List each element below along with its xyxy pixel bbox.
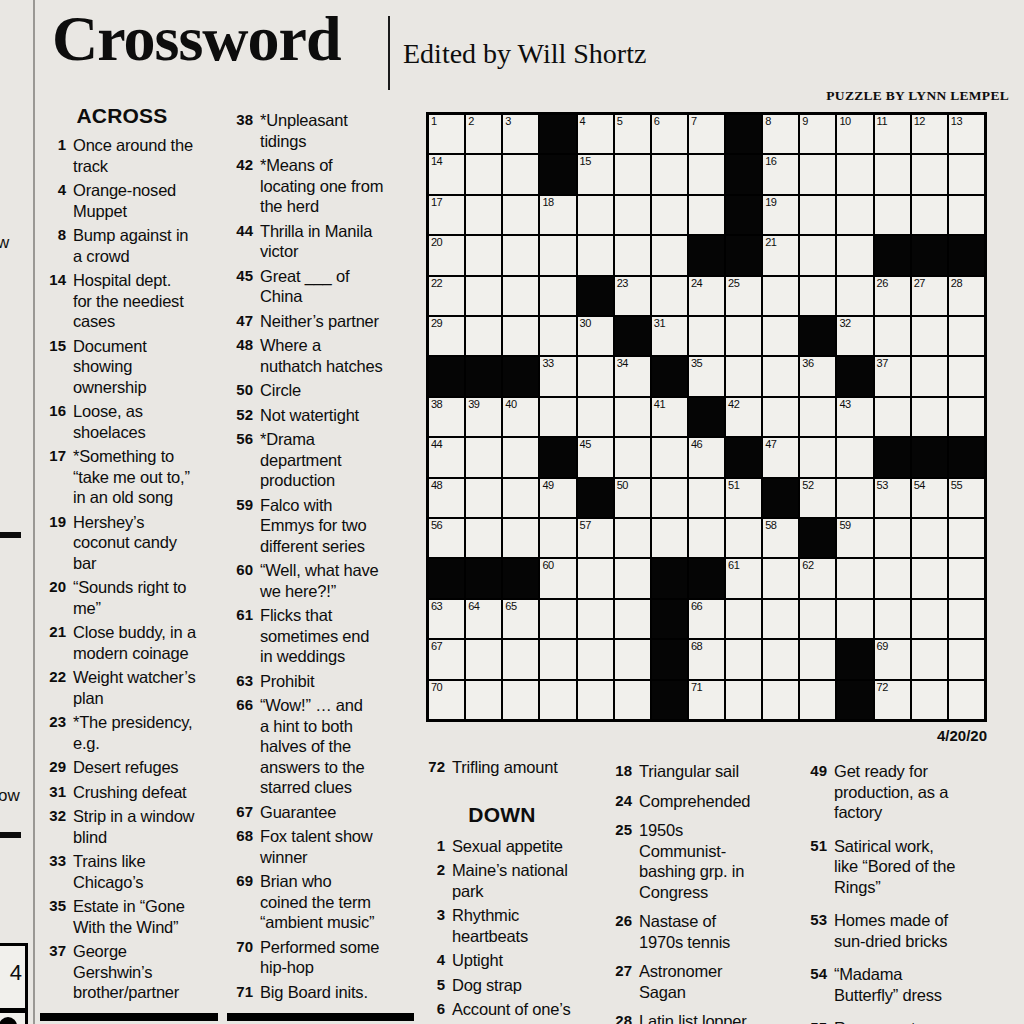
clue-text: Maine’s national park [452,860,568,901]
grid-cell[interactable] [540,640,575,678]
grid-cell[interactable] [800,277,835,315]
grid-cell[interactable] [466,317,501,355]
cell-number: 40 [505,398,516,411]
cell-number: 31 [654,317,665,330]
clue-text: Triangular sail [639,761,739,782]
grid-cell[interactable] [578,640,613,678]
grid-cell[interactable] [875,317,910,355]
grid-cell[interactable] [466,438,501,476]
grid-cell[interactable]: 69 [875,640,910,678]
grid-cell[interactable] [949,155,984,193]
grid-cell[interactable]: 18 [540,196,575,234]
grid-cell[interactable] [503,681,538,719]
grid-cell[interactable]: 65 [503,600,538,638]
clue-down-51: 51Satirical work, like “Bored of the Rin… [801,836,1019,898]
grid-cell[interactable] [949,357,984,395]
grid-cell[interactable] [763,600,798,638]
grid-cell[interactable] [912,196,947,234]
clue-across-52: 52Not watertight [227,405,414,426]
grid-cell[interactable] [540,236,575,274]
clue-text: Prohibit [260,671,314,692]
grid-cell[interactable] [615,438,650,476]
grid-cell[interactable]: 16 [763,155,798,193]
grid-cell[interactable] [837,600,872,638]
grid-cell[interactable] [726,681,761,719]
down-clue-column-5: 49Get ready for production, as a factory… [801,761,1019,1024]
grid-cell[interactable] [615,519,650,557]
grid-cell[interactable] [949,317,984,355]
grid-cell[interactable] [652,479,687,517]
grid-cell[interactable] [837,155,872,193]
clue-across-68: 68Fox talent show winner [227,826,414,867]
grid-cell[interactable] [503,196,538,234]
black-square [652,681,687,719]
black-square [578,479,613,517]
grid-cell[interactable]: 48 [429,479,464,517]
black-square [949,236,984,274]
grid-cell[interactable]: 29 [429,317,464,355]
grid-cell[interactable] [578,398,613,436]
grid-cell[interactable] [875,559,910,597]
grid-cell[interactable]: 30 [578,317,613,355]
grid-cell[interactable]: 3 [503,115,538,153]
grid-cell[interactable]: 55 [949,479,984,517]
clue-text: Thrilla in Manila victor [260,221,372,262]
black-square [949,438,984,476]
cell-number: 9 [802,115,808,128]
black-square [652,357,687,395]
clue-down-27: 27Astronomer Sagan [606,961,806,1002]
clue-down-54: 54“Madama Butterfly” dress [801,964,1019,1005]
grid-cell[interactable] [912,559,947,597]
black-square [540,438,575,476]
clue-across-22: 22Weight watcher’s plan [40,667,218,708]
cell-number: 45 [580,438,591,451]
down-header: DOWN [419,803,585,827]
clue-text: Trifling amount [452,757,558,778]
grid-cell[interactable] [800,681,835,719]
clue-across-63: 63Prohibit [227,671,414,692]
grid-cell[interactable]: 57 [578,519,613,557]
cell-number: 24 [691,277,702,290]
grid-cell[interactable]: 21 [763,236,798,274]
grid-cell[interactable]: 12 [912,115,947,153]
grid-cell[interactable] [466,196,501,234]
clue-text: Falco with Emmys for two different serie… [260,495,367,557]
grid-cell[interactable]: 53 [875,479,910,517]
grid-cell[interactable] [615,196,650,234]
grid-cell[interactable]: 19 [763,196,798,234]
clue-text: George Gershwin’s brother/partner [73,941,179,1003]
cell-number: 66 [691,600,702,613]
grid-cell[interactable] [726,317,761,355]
cell-number: 51 [728,479,739,492]
clue-number: 23 [40,712,73,753]
grid-cell[interactable] [615,236,650,274]
grid-cell[interactable] [578,681,613,719]
grid-cell[interactable] [837,236,872,274]
clue-text: Where a nuthatch hatches [260,335,382,376]
grid-cell[interactable]: 54 [912,479,947,517]
grid-cell[interactable]: 64 [466,600,501,638]
grid-cell[interactable] [912,600,947,638]
clue-down-55: 55Response to [801,1018,1019,1024]
grid-cell[interactable]: 15 [578,155,613,193]
grid-cell[interactable]: 72 [875,681,910,719]
grid-cell[interactable] [763,277,798,315]
grid-cell[interactable] [912,155,947,193]
grid-cell[interactable] [800,640,835,678]
clue-across-50: 50Circle [227,380,414,401]
cell-number: 69 [877,640,888,653]
grid-cell[interactable] [503,317,538,355]
grid-cell[interactable] [726,640,761,678]
clue-text: Sexual appetite [452,836,563,857]
clue-across-17: 17*Something to “take me out to,” in an … [40,446,218,508]
clue-number: 16 [40,401,73,442]
clue-number: 2 [419,860,452,901]
header-divider [388,16,390,90]
grid-cell[interactable]: 28 [949,277,984,315]
grid-cell[interactable] [615,681,650,719]
grid-cell[interactable] [837,479,872,517]
clue-across-69: 69Brian who coined the term “ambient mus… [227,871,414,933]
grid-cell[interactable]: 68 [689,640,724,678]
clue-across-4: 4Orange-nosed Muppet [40,180,218,221]
clue-number: 35 [40,896,73,937]
cell-number: 2 [468,115,474,128]
grid-cell[interactable] [652,155,687,193]
grid-cell[interactable]: 34 [615,357,650,395]
grid-cell[interactable] [652,236,687,274]
grid-cell[interactable] [652,519,687,557]
cell-number: 57 [580,519,591,532]
grid-cell[interactable] [689,479,724,517]
grid-cell[interactable]: 13 [949,115,984,153]
grid-cell[interactable] [540,317,575,355]
grid-cell[interactable]: 43 [837,398,872,436]
clue-text: Orange-nosed Muppet [73,180,176,221]
clue-text: Uptight [452,950,503,971]
grid-cell[interactable]: 35 [689,357,724,395]
clue-number: 29 [40,757,73,778]
cell-number: 41 [654,398,665,411]
grid-cell[interactable]: 22 [429,277,464,315]
grid-cell[interactable]: 39 [466,398,501,436]
grid-cell[interactable] [837,196,872,234]
clue-text: Astronomer Sagan [639,961,722,1002]
clue-number: 6 [419,999,452,1020]
grid-cell[interactable] [503,277,538,315]
grid-cell[interactable]: 20 [429,236,464,274]
cell-number: 44 [431,438,442,451]
cell-number: 16 [765,155,776,168]
grid-cell[interactable]: 59 [837,519,872,557]
grid-cell[interactable]: 49 [540,479,575,517]
grid-cell[interactable]: 61 [726,559,761,597]
grid-cell[interactable] [615,640,650,678]
grid-cell[interactable] [578,236,613,274]
grid-cell[interactable] [615,559,650,597]
grid-cell[interactable] [726,357,761,395]
clue-number: 60 [227,560,260,601]
clue-number: 8 [40,225,73,266]
grid-cell[interactable] [466,681,501,719]
grid-cell[interactable] [615,398,650,436]
grid-cell[interactable]: 27 [912,277,947,315]
across-clue-column-1: ACROSS 1Once around the track4Orange-nos… [40,104,218,1007]
clue-down-25: 251950s Communist- bashing grp. in Congr… [606,820,806,902]
grid-cell[interactable]: 4 [578,115,613,153]
clue-number: 22 [40,667,73,708]
clue-number: 1 [419,836,452,857]
grid-cell[interactable] [615,600,650,638]
grid-cell[interactable]: 44 [429,438,464,476]
grid-cell[interactable] [540,519,575,557]
grid-cell[interactable] [837,277,872,315]
grid-cell[interactable]: 60 [540,559,575,597]
cell-number: 49 [542,479,553,492]
black-square [875,438,910,476]
cell-number: 65 [505,600,516,613]
grid-cell[interactable]: 70 [429,681,464,719]
cell-number: 15 [580,155,591,168]
grid-cell[interactable] [726,519,761,557]
grid-cell[interactable] [503,438,538,476]
grid-cell[interactable] [763,357,798,395]
cell-number: 26 [877,277,888,290]
grid-cell[interactable]: 33 [540,357,575,395]
grid-cell[interactable]: 10 [837,115,872,153]
grid-cell[interactable] [949,398,984,436]
grid-cell[interactable]: 40 [503,398,538,436]
clue-across-32: 32Strip in a window blind [40,806,218,847]
grid-cell[interactable]: 8 [763,115,798,153]
cell-number: 12 [914,115,925,128]
editor-credit: Edited by Will Shortz [403,38,646,70]
grid-cell[interactable] [540,398,575,436]
grid-cell[interactable]: 42 [726,398,761,436]
grid-cell[interactable]: 1 [429,115,464,153]
clue-number: 59 [227,495,260,557]
grid-cell[interactable] [763,559,798,597]
cell-number: 60 [542,559,553,572]
grid-cell[interactable]: 71 [689,681,724,719]
grid-cell[interactable] [800,155,835,193]
clue-text: *Unpleasant tidings [260,110,348,151]
clue-down-4: 4Uptight [419,950,599,971]
grid-cell[interactable] [763,317,798,355]
grid-cell[interactable] [466,479,501,517]
grid-cell[interactable] [949,640,984,678]
grid-cell[interactable] [615,155,650,193]
clue-across-60: 60“Well, what have we here?!” [227,560,414,601]
grid-cell[interactable]: 37 [875,357,910,395]
clue-column-3: 72Trifling amount DOWN 1Sexual appetite2… [419,757,599,1024]
grid-cell[interactable] [578,196,613,234]
grid-cell[interactable]: 47 [763,438,798,476]
grid-cell[interactable]: 24 [689,277,724,315]
grid-cell[interactable]: 17 [429,196,464,234]
grid-cell[interactable] [466,236,501,274]
cell-number: 33 [542,357,553,370]
grid-cell[interactable]: 67 [429,640,464,678]
black-square [578,277,613,315]
grid-cell[interactable] [466,640,501,678]
grid-cell[interactable]: 52 [800,479,835,517]
cell-number: 28 [951,277,962,290]
clue-across-42: 42*Means of locating one from the herd [227,155,414,217]
grid-cell[interactable]: 25 [726,277,761,315]
grid-cell[interactable] [503,236,538,274]
grid-cell[interactable]: 5 [615,115,650,153]
grid-cell[interactable]: 31 [652,317,687,355]
grid-cell[interactable]: 46 [689,438,724,476]
cell-number: 46 [691,438,702,451]
grid-cell[interactable]: 11 [875,115,910,153]
grid-cell[interactable]: 50 [615,479,650,517]
grid-cell[interactable] [503,155,538,193]
clue-across-66: 66“Wow!” … and a hint to both halves of … [227,695,414,798]
clue-across-35: 35Estate in “Gone With the Wind” [40,896,218,937]
grid-cell[interactable] [912,681,947,719]
clue-across-15: 15Document showing ownership [40,336,218,398]
grid-cell[interactable] [763,640,798,678]
grid-cell[interactable] [763,681,798,719]
grid-cell[interactable] [949,559,984,597]
grid-cell[interactable] [540,681,575,719]
grid-cell[interactable]: 2 [466,115,501,153]
grid-cell[interactable] [578,357,613,395]
grid-cell[interactable] [949,196,984,234]
grid-cell[interactable] [949,519,984,557]
grid-cell[interactable]: 14 [429,155,464,193]
clue-text: *Means of locating one from the herd [260,155,383,217]
fragment-digit: 4 [10,960,22,986]
grid-cell[interactable] [689,155,724,193]
grid-cell[interactable]: 38 [429,398,464,436]
grid-cell[interactable] [466,277,501,315]
grid-cell[interactable] [800,398,835,436]
grid-cell[interactable]: 6 [652,115,687,153]
grid-cell[interactable] [466,519,501,557]
grid-cell[interactable]: 56 [429,519,464,557]
grid-cell[interactable] [503,479,538,517]
clue-text: *The presidency, e.g. [73,712,192,753]
grid-cell[interactable]: 36 [800,357,835,395]
grid-cell[interactable] [949,600,984,638]
cell-number: 11 [877,115,887,128]
grid-cell[interactable] [503,519,538,557]
grid-cell[interactable]: 26 [875,277,910,315]
clue-across-21: 21Close buddy, in a modern coinage [40,622,218,663]
cell-number: 4 [580,115,586,128]
grid-cell[interactable]: 45 [578,438,613,476]
grid-cell[interactable]: 51 [726,479,761,517]
grid-cell[interactable] [949,681,984,719]
clue-text: Circle [260,380,301,401]
cell-number: 35 [691,357,702,370]
clue-text: Satirical work, like “Bored of the Rings… [834,836,955,898]
clue-number: 68 [227,826,260,867]
cell-number: 62 [802,559,813,572]
black-square [726,236,761,274]
black-square [875,236,910,274]
grid-cell[interactable] [912,357,947,395]
grid-cell[interactable] [912,519,947,557]
grid-cell[interactable] [875,519,910,557]
grid-cell[interactable] [652,277,687,315]
grid-cell[interactable]: 41 [652,398,687,436]
grid-cell[interactable] [912,398,947,436]
grid-cell[interactable] [763,398,798,436]
grid-cell[interactable] [800,600,835,638]
grid-cell[interactable]: 9 [800,115,835,153]
grid-cell[interactable] [503,640,538,678]
clue-text: Hershey’s coconut candy bar [73,512,177,574]
grid-cell[interactable] [578,559,613,597]
clue-across-31: 31Crushing defeat [40,782,218,803]
grid-cell[interactable] [800,438,835,476]
clue-across-71: 71Big Board inits. [227,982,414,1003]
grid-cell[interactable] [652,438,687,476]
clue-number: 38 [227,110,260,151]
grid-cell[interactable] [540,600,575,638]
grid-cell[interactable] [800,236,835,274]
grid-cell[interactable] [912,317,947,355]
black-square [615,317,650,355]
grid-cell[interactable]: 62 [800,559,835,597]
grid-cell[interactable]: 63 [429,600,464,638]
grid-cell[interactable] [875,600,910,638]
grid-cell[interactable] [875,155,910,193]
cell-number: 39 [468,398,479,411]
grid-cell[interactable] [800,196,835,234]
grid-cell[interactable] [912,640,947,678]
grid-cell[interactable] [540,277,575,315]
clue-down-28: 28Latin list lopper, in brief [606,1011,806,1024]
grid-cell[interactable] [689,196,724,234]
grid-cell[interactable]: 7 [689,115,724,153]
clue-number: 15 [40,336,73,398]
clue-number: 55 [801,1018,834,1024]
grid-cell[interactable]: 58 [763,519,798,557]
grid-cell[interactable]: 23 [615,277,650,315]
grid-cell[interactable]: 32 [837,317,872,355]
grid-cell[interactable] [837,438,872,476]
clue-number: 70 [227,937,260,978]
grid-cell[interactable] [689,317,724,355]
grid-cell[interactable] [726,600,761,638]
grid-cell[interactable]: 66 [689,600,724,638]
grid-cell[interactable] [875,398,910,436]
clue-across-29: 29Desert refuges [40,757,218,778]
clue-across-38: 38*Unpleasant tidings [227,110,414,151]
grid-cell[interactable] [466,155,501,193]
grid-cell[interactable] [837,559,872,597]
clue-across-16: 16Loose, as shoelaces [40,401,218,442]
grid-cell[interactable] [689,519,724,557]
cell-number: 54 [914,479,925,492]
cell-number: 43 [839,398,850,411]
grid-cell[interactable] [875,196,910,234]
clue-number: 71 [227,982,260,1003]
cell-number: 7 [691,115,697,128]
grid-cell[interactable] [578,600,613,638]
grid-cell[interactable] [652,196,687,234]
cell-number: 3 [505,115,511,128]
cell-number: 27 [914,277,925,290]
